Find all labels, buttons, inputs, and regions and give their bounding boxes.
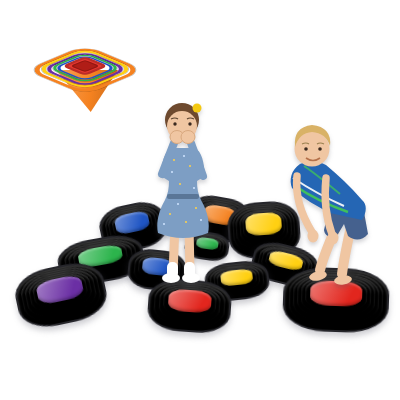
- boy-foot: [333, 274, 352, 285]
- product-photo: [0, 0, 400, 400]
- hair-clip: [193, 104, 202, 113]
- boy-foot: [308, 270, 327, 283]
- girl-socks: [162, 262, 200, 283]
- nested-stack-inset: [30, 40, 140, 110]
- stack-bowl-bottom: [70, 60, 100, 73]
- stepping-stone-purple-1: [11, 257, 111, 332]
- boy-figure: [282, 118, 378, 290]
- boy-head: [295, 125, 331, 167]
- girl-figure: [146, 96, 220, 300]
